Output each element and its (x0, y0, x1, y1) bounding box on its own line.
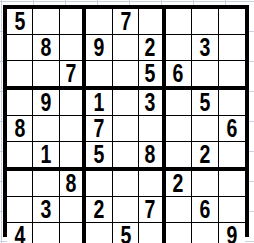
cell-r9c8[interactable] (192, 223, 218, 243)
cell-r6c9[interactable] (219, 142, 245, 171)
cell-r7c8[interactable] (192, 171, 218, 197)
cell-r1c8[interactable] (192, 9, 218, 35)
cell-r4c1[interactable] (7, 90, 33, 116)
cell-r1c4[interactable] (86, 9, 112, 35)
cell-r6c6[interactable]: 8 (139, 142, 165, 171)
cell-r7c6[interactable] (139, 171, 165, 197)
cell-r7c2[interactable] (33, 171, 59, 197)
cell-r5c3[interactable] (60, 116, 86, 142)
cell-r6c3[interactable] (60, 142, 86, 171)
cell-r8c5[interactable] (113, 197, 139, 223)
cell-r8c4[interactable]: 2 (86, 197, 112, 223)
given-digit: 9 (41, 90, 52, 115)
given-digit: 8 (14, 116, 25, 141)
cell-r5c6[interactable] (139, 116, 165, 142)
given-digit: 6 (226, 116, 237, 141)
given-digit: 2 (173, 171, 184, 196)
cell-r9c4[interactable] (86, 223, 112, 243)
cell-r5c2[interactable] (33, 116, 59, 142)
cell-r6c7[interactable] (166, 142, 192, 171)
given-digit: 2 (199, 142, 210, 167)
given-digit: 2 (145, 35, 156, 60)
cell-r6c5[interactable] (113, 142, 139, 171)
given-digit: 4 (14, 223, 25, 243)
cell-r3c1[interactable] (7, 61, 33, 90)
cell-r8c1[interactable] (7, 197, 33, 223)
cell-r9c9[interactable]: 9 (219, 223, 245, 243)
given-digit: 8 (145, 142, 156, 167)
given-digit: 7 (145, 197, 156, 222)
cell-r5c4[interactable]: 7 (86, 116, 112, 142)
given-digit: 5 (94, 142, 105, 167)
cell-r1c2[interactable] (33, 9, 59, 35)
cell-r8c2[interactable]: 3 (33, 197, 59, 223)
cell-r8c8[interactable]: 6 (192, 197, 218, 223)
cell-r8c9[interactable] (219, 197, 245, 223)
given-digit: 3 (145, 90, 156, 115)
cell-r5c8[interactable] (192, 116, 218, 142)
given-digit: 6 (199, 197, 210, 222)
cell-r9c6[interactable] (139, 223, 165, 243)
cell-r8c3[interactable] (60, 197, 86, 223)
cell-r4c6[interactable]: 3 (139, 90, 165, 116)
cell-r3c7[interactable]: 6 (166, 61, 192, 90)
cell-r2c8[interactable]: 3 (192, 35, 218, 61)
given-digit: 3 (41, 197, 52, 222)
cell-r3c4[interactable] (86, 61, 112, 90)
cell-r8c7[interactable] (166, 197, 192, 223)
given-digit: 9 (226, 223, 237, 243)
cell-r3c3[interactable]: 7 (60, 61, 86, 90)
cell-r7c7[interactable]: 2 (166, 171, 192, 197)
cell-r7c9[interactable] (219, 171, 245, 197)
cell-r2c5[interactable] (113, 35, 139, 61)
given-digit: 6 (173, 61, 184, 86)
cell-r5c9[interactable]: 6 (219, 116, 245, 142)
cell-r5c1[interactable]: 8 (7, 116, 33, 142)
cell-r6c4[interactable]: 5 (86, 142, 112, 171)
given-digit: 9 (94, 35, 105, 60)
cell-r2c6[interactable]: 2 (139, 35, 165, 61)
cell-r2c4[interactable]: 9 (86, 35, 112, 61)
cell-r6c8[interactable]: 2 (192, 142, 218, 171)
cell-r1c6[interactable] (139, 9, 165, 35)
given-digit: 5 (14, 9, 25, 34)
given-digit: 8 (41, 35, 52, 60)
given-digit: 7 (94, 116, 105, 141)
cell-r4c8[interactable]: 5 (192, 90, 218, 116)
cell-r3c6[interactable]: 5 (139, 61, 165, 90)
given-digit: 1 (94, 90, 105, 115)
cell-r2c2[interactable]: 8 (33, 35, 59, 61)
given-digit: 5 (145, 61, 156, 86)
given-digit: 5 (120, 223, 131, 243)
cell-r3c8[interactable] (192, 61, 218, 90)
cell-r4c9[interactable] (219, 90, 245, 116)
cell-r7c1[interactable] (7, 171, 33, 197)
cell-r4c7[interactable] (166, 90, 192, 116)
cell-r5c7[interactable] (166, 116, 192, 142)
cell-r7c5[interactable] (113, 171, 139, 197)
cell-r2c7[interactable] (166, 35, 192, 61)
cell-r1c7[interactable] (166, 9, 192, 35)
given-digit: 1 (41, 142, 52, 167)
given-digit: 5 (199, 90, 210, 115)
cell-r3c2[interactable] (33, 61, 59, 90)
given-digit: 7 (120, 9, 131, 34)
given-digit: 3 (199, 35, 210, 60)
cell-r2c9[interactable] (219, 35, 245, 61)
sudoku-board: 57892375691358761582823276459 (3, 5, 249, 237)
cell-r4c3[interactable] (60, 90, 86, 116)
cell-r2c3[interactable] (60, 35, 86, 61)
cell-r6c1[interactable] (7, 142, 33, 171)
cell-r6c2[interactable]: 1 (33, 142, 59, 171)
cell-r1c5[interactable]: 7 (113, 9, 139, 35)
cell-r1c3[interactable] (60, 9, 86, 35)
cell-r3c5[interactable] (113, 61, 139, 90)
cell-r5c5[interactable] (113, 116, 139, 142)
spreadsheet-canvas: 57892375691358761582823276459 (0, 0, 254, 243)
cell-r7c3[interactable]: 8 (60, 171, 86, 197)
cell-r9c2[interactable] (33, 223, 59, 243)
given-digit: 2 (94, 197, 105, 222)
cell-r4c5[interactable] (113, 90, 139, 116)
cell-r1c9[interactable] (219, 9, 245, 35)
given-digit: 7 (66, 61, 77, 86)
cell-r4c2[interactable]: 9 (33, 90, 59, 116)
cell-r9c7[interactable] (166, 223, 192, 243)
cell-r8c6[interactable]: 7 (139, 197, 165, 223)
cell-r7c4[interactable] (86, 171, 112, 197)
cell-r3c9[interactable] (219, 61, 245, 90)
cell-r9c3[interactable] (60, 223, 86, 243)
given-digit: 8 (66, 171, 77, 196)
cell-r1c1[interactable]: 5 (7, 9, 33, 35)
cell-r2c1[interactable] (7, 35, 33, 61)
cell-r4c4[interactable]: 1 (86, 90, 112, 116)
cell-r9c5[interactable]: 5 (113, 223, 139, 243)
cell-r9c1[interactable]: 4 (7, 223, 33, 243)
